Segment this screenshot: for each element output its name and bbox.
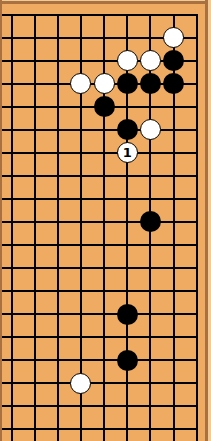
grid-hline: [0, 405, 198, 407]
stone-black-R10: [140, 211, 161, 232]
grid-vline: [57, 14, 59, 441]
stone-white-S18: [163, 27, 184, 48]
frame-top-edge: [0, 1, 211, 4]
grid-vline: [11, 14, 13, 441]
grid-hline: [0, 198, 198, 200]
grid-hline: [0, 175, 198, 177]
stone-black-Q14: [117, 119, 138, 140]
stone-white-P16: [94, 73, 115, 94]
grid-hline: [0, 336, 198, 338]
go-board-diagram[interactable]: 1: [0, 0, 211, 441]
grid-hline: [0, 313, 198, 315]
stone-white-O3: [70, 373, 91, 394]
move-number-label: 1: [123, 146, 132, 159]
stone-black-Q6: [117, 304, 138, 325]
grid-hline: [0, 152, 198, 154]
frame-left-sliver: [0, 0, 2, 441]
stone-white-R17: [140, 50, 161, 71]
grid-hline: [0, 221, 198, 223]
grid-hline: [0, 267, 198, 269]
stone-black-S17: [163, 50, 184, 71]
stone-black-Q16: [117, 73, 138, 94]
grid-hline: [0, 14, 198, 16]
stone-black-Q4: [117, 350, 138, 371]
frame-right-highlight: [208, 0, 211, 441]
grid-hline: [0, 428, 198, 430]
stone-black-S16: [163, 73, 184, 94]
grid-hline: [0, 359, 198, 361]
stone-white-O16: [70, 73, 91, 94]
grid-hline: [0, 129, 198, 131]
stone-white-Q17: [117, 50, 138, 71]
stone-white-R14: [140, 119, 161, 140]
grid-hline: [0, 290, 198, 292]
board-grid: 1: [0, 0, 211, 441]
marked-move-stone-white-Q13: 1: [117, 142, 138, 163]
grid-hline: [0, 244, 198, 246]
stone-black-P15: [94, 96, 115, 117]
grid-vline: [34, 14, 36, 441]
grid-vline: [196, 14, 198, 441]
grid-hline: [0, 382, 198, 384]
stone-black-R16: [140, 73, 161, 94]
